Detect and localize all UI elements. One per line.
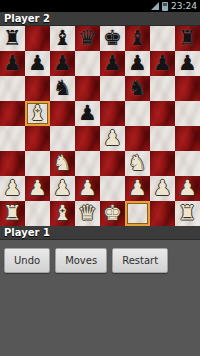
white-knight: ♞ — [53, 151, 72, 176]
white-knight: ♞ — [128, 151, 147, 176]
square-h3[interactable] — [175, 151, 200, 176]
square-e7[interactable]: ♟ — [100, 51, 125, 76]
square-e4[interactable]: ♟ — [100, 126, 125, 151]
square-d4[interactable] — [75, 126, 100, 151]
square-c1[interactable]: ♝ — [50, 201, 75, 226]
controls-row: Undo Moves Restart — [0, 240, 200, 281]
square-d1[interactable]: ♛ — [75, 201, 100, 226]
square-a6[interactable] — [0, 76, 25, 101]
square-e2[interactable] — [100, 176, 125, 201]
square-a4[interactable] — [0, 126, 25, 151]
black-pawn: ♟ — [178, 51, 197, 76]
square-b7[interactable]: ♟ — [25, 51, 50, 76]
square-g8[interactable] — [150, 26, 175, 51]
square-b2[interactable]: ♟ — [25, 176, 50, 201]
square-f1[interactable] — [125, 201, 150, 226]
status-clock: 23:24 — [171, 0, 197, 12]
square-g7[interactable]: ♟ — [150, 51, 175, 76]
black-pawn: ♟ — [128, 51, 147, 76]
square-c5[interactable] — [50, 101, 75, 126]
black-bishop: ♝ — [53, 26, 72, 51]
square-d8[interactable]: ♛ — [75, 26, 100, 51]
black-pawn: ♟ — [3, 51, 22, 76]
square-e8[interactable]: ♚ — [100, 26, 125, 51]
square-b5[interactable]: ♝ — [25, 101, 50, 126]
black-pawn: ♟ — [78, 101, 97, 126]
square-d7[interactable] — [75, 51, 100, 76]
black-knight: ♞ — [53, 76, 72, 101]
status-bar: 23:24 — [0, 0, 200, 12]
square-c8[interactable]: ♝ — [50, 26, 75, 51]
square-f4[interactable] — [125, 126, 150, 151]
square-a8[interactable]: ♜ — [0, 26, 25, 51]
square-a1[interactable]: ♜ — [0, 201, 25, 226]
player2-bar: Player 2 — [0, 12, 200, 26]
square-b3[interactable] — [25, 151, 50, 176]
white-rook: ♜ — [3, 201, 22, 226]
signal-icon — [151, 2, 159, 10]
square-f7[interactable]: ♟ — [125, 51, 150, 76]
square-a2[interactable]: ♟ — [0, 176, 25, 201]
white-bishop: ♝ — [28, 101, 47, 126]
square-g5[interactable] — [150, 101, 175, 126]
black-bishop: ♝ — [128, 26, 147, 51]
square-g4[interactable] — [150, 126, 175, 151]
square-h5[interactable] — [175, 101, 200, 126]
white-pawn: ♟ — [103, 126, 122, 151]
white-pawn: ♟ — [128, 176, 147, 201]
black-pawn: ♟ — [53, 51, 72, 76]
white-pawn: ♟ — [28, 176, 47, 201]
square-e6[interactable] — [100, 76, 125, 101]
battery-icon — [162, 2, 168, 11]
white-king: ♚ — [103, 201, 122, 226]
square-c2[interactable]: ♟ — [50, 176, 75, 201]
square-f5[interactable] — [125, 101, 150, 126]
black-pawn: ♟ — [153, 51, 172, 76]
black-queen: ♛ — [78, 26, 97, 51]
square-b1[interactable] — [25, 201, 50, 226]
square-h4[interactable] — [175, 126, 200, 151]
square-e5[interactable] — [100, 101, 125, 126]
app-screen: 23:24 Player 2 ♜♝♛♚♝♜♟♟♟♟♟♟♟♞♞♝♟♟♞♞♟♟♟♟♟… — [0, 0, 200, 356]
white-queen: ♛ — [78, 201, 97, 226]
square-g6[interactable] — [150, 76, 175, 101]
black-king: ♚ — [103, 26, 122, 51]
square-b6[interactable] — [25, 76, 50, 101]
player1-bar: Player 1 — [0, 226, 200, 240]
square-e3[interactable] — [100, 151, 125, 176]
square-a3[interactable] — [0, 151, 25, 176]
square-f2[interactable]: ♟ — [125, 176, 150, 201]
square-h7[interactable]: ♟ — [175, 51, 200, 76]
white-bishop: ♝ — [53, 201, 72, 226]
square-b8[interactable] — [25, 26, 50, 51]
square-g1[interactable] — [150, 201, 175, 226]
square-g3[interactable] — [150, 151, 175, 176]
black-pawn: ♟ — [103, 51, 122, 76]
square-f3[interactable]: ♞ — [125, 151, 150, 176]
white-pawn: ♟ — [3, 176, 22, 201]
square-d3[interactable] — [75, 151, 100, 176]
square-h2[interactable]: ♟ — [175, 176, 200, 201]
black-knight: ♞ — [128, 76, 147, 101]
square-c6[interactable]: ♞ — [50, 76, 75, 101]
square-f6[interactable]: ♞ — [125, 76, 150, 101]
chess-board[interactable]: ♜♝♛♚♝♜♟♟♟♟♟♟♟♞♞♝♟♟♞♞♟♟♟♟♟♟♟♜♝♛♚♜ — [0, 26, 200, 226]
square-h6[interactable] — [175, 76, 200, 101]
square-a5[interactable] — [0, 101, 25, 126]
undo-button[interactable]: Undo — [4, 248, 50, 273]
white-pawn: ♟ — [78, 176, 97, 201]
restart-button[interactable]: Restart — [112, 248, 168, 273]
player2-label: Player 2 — [4, 13, 50, 24]
square-d5[interactable]: ♟ — [75, 101, 100, 126]
square-a7[interactable]: ♟ — [0, 51, 25, 76]
white-pawn: ♟ — [153, 176, 172, 201]
square-b4[interactable] — [25, 126, 50, 151]
square-d6[interactable] — [75, 76, 100, 101]
square-h8[interactable]: ♜ — [175, 26, 200, 51]
black-rook: ♜ — [3, 26, 22, 51]
square-c3[interactable]: ♞ — [50, 151, 75, 176]
square-h1[interactable]: ♜ — [175, 201, 200, 226]
square-g2[interactable]: ♟ — [150, 176, 175, 201]
player1-label: Player 1 — [4, 227, 50, 238]
square-e1[interactable]: ♚ — [100, 201, 125, 226]
square-d2[interactable]: ♟ — [75, 176, 100, 201]
white-pawn: ♟ — [178, 176, 197, 201]
white-pawn: ♟ — [53, 176, 72, 201]
moves-button[interactable]: Moves — [55, 248, 107, 273]
square-c7[interactable]: ♟ — [50, 51, 75, 76]
square-f8[interactable]: ♝ — [125, 26, 150, 51]
black-rook: ♜ — [178, 26, 197, 51]
white-rook: ♜ — [178, 201, 197, 226]
black-pawn: ♟ — [28, 51, 47, 76]
square-c4[interactable] — [50, 126, 75, 151]
